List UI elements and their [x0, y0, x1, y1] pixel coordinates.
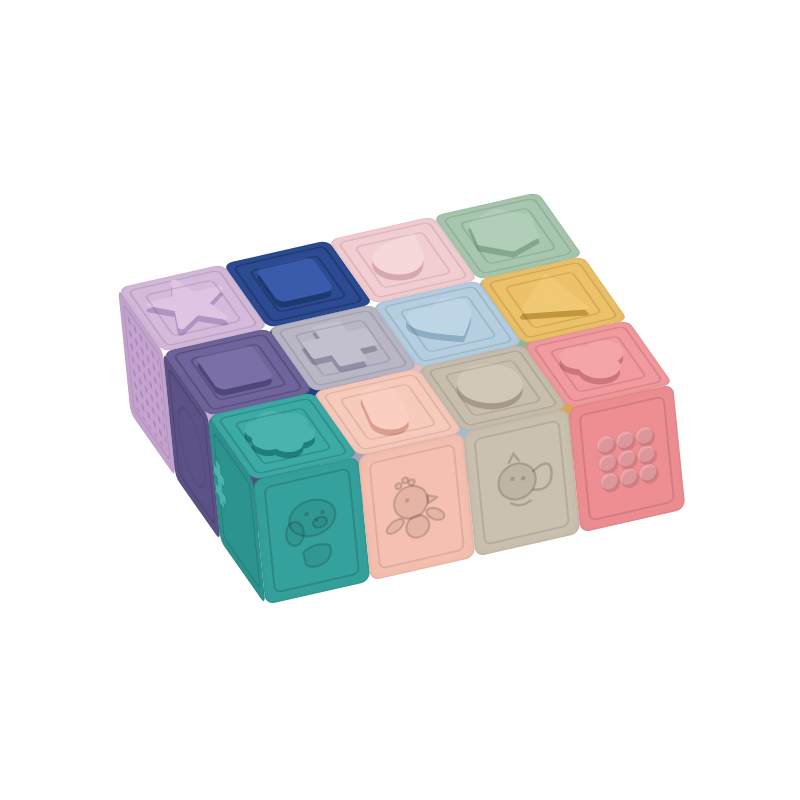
blocks-scene — [0, 0, 800, 800]
knob-cross — [284, 311, 395, 376]
front-face-teal-flower — [253, 456, 371, 605]
knob-square — [179, 335, 290, 400]
knob-square — [239, 247, 350, 312]
product-photo-page — [0, 0, 800, 800]
knob-flower — [224, 399, 335, 464]
front-motif-chick — [367, 442, 466, 571]
knob-triangle — [494, 263, 605, 328]
knob-oval — [329, 375, 440, 440]
knob-cylinder — [434, 351, 545, 416]
knob-heart — [389, 287, 500, 352]
front-motif-dots — [577, 394, 676, 523]
front-motif-squirrel — [472, 418, 571, 547]
front-motif-dog — [262, 466, 361, 595]
knob-hexagon — [449, 199, 560, 264]
front-face-coral-cloud — [568, 384, 686, 533]
knob-drop — [344, 223, 455, 288]
front-face-peach-oval — [358, 432, 476, 581]
knob-cloud — [539, 327, 650, 392]
knob-star — [134, 271, 245, 336]
front-face-beige-cylinder — [463, 408, 581, 557]
